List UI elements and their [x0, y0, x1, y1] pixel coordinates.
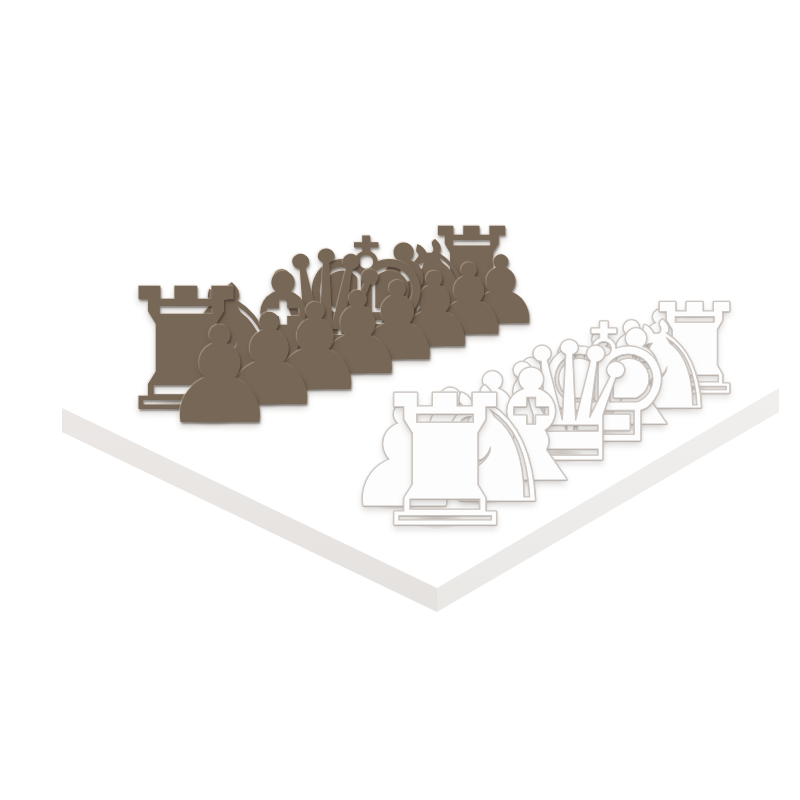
piece-wP-f2: ♟ — [552, 320, 648, 427]
square-d7 — [321, 358, 394, 386]
square-b7 — [228, 387, 309, 418]
piece-shadow — [454, 488, 512, 506]
piece-shadow — [407, 336, 451, 350]
piece-bP-d7: ♟ — [307, 278, 409, 392]
piece-wB-f1: ♝ — [577, 313, 695, 445]
board-side-right-face — [0, 0, 800, 800]
piece-wP-a2: ♟ — [341, 387, 467, 528]
square-h3 — [596, 354, 658, 379]
piece-shadow — [203, 378, 257, 395]
piece-bP-f7: ♟ — [388, 260, 480, 363]
piece-shadow — [296, 350, 345, 366]
piece-shadow — [639, 397, 683, 411]
piece-bP-a7: ♟ — [160, 310, 280, 444]
square-a2 — [360, 483, 448, 524]
piece-shadow — [476, 313, 517, 326]
piece-shadow — [442, 325, 484, 339]
square-b3 — [370, 446, 453, 483]
piece-shadow — [327, 362, 376, 378]
square-e2 — [531, 408, 602, 439]
chess-board — [62, 282, 779, 588]
square-h2 — [629, 365, 691, 391]
piece-wB-c1: ♝ — [462, 349, 601, 504]
square-a7 — [176, 403, 262, 437]
square-b2 — [408, 462, 491, 500]
piece-wK-e1: ♚ — [530, 303, 677, 467]
square-a5 — [246, 434, 333, 471]
piece-wP-e2: ♟ — [517, 331, 618, 443]
piece-shadow — [407, 511, 468, 531]
square-g5 — [499, 343, 563, 368]
piece-bP-b7: ♟ — [213, 299, 326, 425]
square-d2 — [493, 425, 568, 458]
piece-wN-g1: ♞ — [612, 305, 721, 427]
piece-shadow — [151, 394, 208, 412]
square-c5 — [344, 399, 422, 431]
square-c6 — [309, 385, 386, 415]
square-d5 — [387, 383, 461, 413]
board-side-left-face — [0, 0, 800, 800]
piece-shadow — [376, 325, 420, 339]
piece-shadow — [668, 383, 710, 397]
square-g1 — [634, 391, 699, 419]
square-b4 — [333, 431, 415, 466]
square-e6 — [394, 357, 464, 384]
square-f6 — [432, 344, 499, 369]
square-g3 — [565, 367, 629, 393]
square-c7 — [276, 372, 353, 401]
piece-shadow — [572, 399, 618, 414]
piece-wQ-d1: ♛ — [495, 321, 643, 486]
piece-shadow — [604, 384, 648, 398]
piece-bP-h7: ♟ — [459, 243, 543, 337]
square-h7 — [470, 310, 531, 332]
square-f1 — [602, 406, 670, 436]
piece-wP-d2: ♟ — [478, 344, 584, 462]
square-a8 — [143, 389, 228, 421]
square-b5 — [297, 416, 379, 450]
piece-shadow — [236, 393, 290, 410]
square-c8 — [244, 359, 321, 387]
square-h1 — [663, 377, 725, 404]
square-e1 — [568, 422, 639, 454]
square-a6 — [211, 418, 297, 453]
piece-shadow — [500, 432, 551, 448]
square-f4 — [497, 368, 564, 395]
square-b6 — [262, 401, 344, 434]
square-g6 — [467, 332, 531, 356]
square-e4 — [461, 382, 532, 411]
piece-shadow — [446, 303, 486, 316]
chess-set-photo: ♜♞♝♛♚♝♞♜♟♟♟♟♟♟♟♟♟♟♟♟♟♟♟♟♜♞♝♛♚♝♞♜ — [0, 0, 800, 800]
square-d3 — [457, 411, 531, 443]
square-g2 — [599, 379, 664, 406]
piece-wP-c2: ♟ — [436, 357, 548, 482]
piece-bQ-d8: ♛ — [256, 231, 395, 386]
piece-bN-g8: ♞ — [386, 225, 490, 341]
piece-bP-c7: ♟ — [262, 288, 369, 408]
square-b1 — [448, 478, 531, 518]
square-e3 — [495, 395, 566, 425]
piece-shadow — [251, 363, 302, 379]
square-g8 — [406, 310, 470, 332]
piece-wR-h1: ♜ — [639, 288, 751, 413]
piece-shadow — [415, 471, 472, 489]
square-a3 — [321, 466, 408, 506]
square-g4 — [531, 355, 595, 381]
piece-bN-b8: ♞ — [170, 266, 303, 415]
square-e7 — [362, 345, 432, 371]
piece-bR-a8: ♜ — [110, 266, 261, 435]
piece-shadow — [337, 337, 383, 352]
square-d8 — [289, 345, 362, 371]
square-c3 — [415, 428, 493, 462]
piece-wP-h2: ♟ — [617, 298, 704, 395]
square-h6 — [500, 320, 561, 343]
square-c4 — [379, 413, 457, 446]
piece-wN-b1: ♞ — [419, 367, 562, 526]
piece-shadow — [608, 413, 654, 428]
square-f2 — [566, 393, 634, 422]
square-c2 — [453, 443, 532, 479]
square-d4 — [421, 397, 495, 428]
square-d6 — [353, 370, 427, 399]
square-h5 — [531, 331, 592, 354]
piece-shadow — [634, 371, 676, 384]
piece-shadow — [459, 451, 513, 468]
piece-shadow — [537, 447, 589, 463]
piece-shadow — [497, 467, 551, 484]
piece-bP-g7: ♟ — [425, 251, 513, 349]
square-a1 — [401, 500, 489, 543]
square-f3 — [531, 380, 598, 408]
square-a4 — [283, 450, 370, 488]
piece-shadow — [537, 415, 585, 431]
square-f7 — [401, 332, 468, 356]
square-e5 — [427, 369, 497, 397]
square-h4 — [563, 342, 625, 366]
square-f8 — [370, 321, 437, 345]
piece-wR-a1: ♜ — [364, 372, 527, 554]
square-c1 — [491, 458, 570, 495]
piece-shadow — [283, 377, 335, 393]
square-g7 — [437, 321, 501, 344]
piece-wP-b2: ♟ — [391, 372, 510, 505]
piece-bR-h8: ♜ — [418, 212, 525, 332]
piece-wP-g2: ♟ — [586, 309, 677, 411]
square-f5 — [464, 356, 531, 382]
square-b8 — [195, 373, 276, 403]
piece-bB-f8: ♝ — [347, 230, 459, 355]
piece-shadow — [574, 429, 623, 445]
piece-shadow — [413, 313, 455, 326]
square-h8 — [441, 300, 502, 321]
piece-bK-e8: ♚ — [296, 217, 435, 372]
piece-shadow — [184, 410, 242, 428]
piece-shadow — [369, 349, 416, 364]
square-e8 — [331, 333, 401, 358]
piece-bP-e7: ♟ — [349, 269, 446, 377]
piece-shadow — [367, 492, 428, 511]
piece-bB-c8: ♝ — [218, 253, 348, 398]
square-d1 — [531, 440, 606, 475]
